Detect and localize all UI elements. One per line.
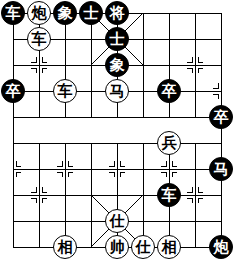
board-cell-5-5[interactable]	[130, 130, 156, 156]
board-cell-3-0[interactable]: 士	[78, 0, 104, 26]
board-cell-3-9[interactable]	[78, 234, 104, 260]
board-cell-1-7[interactable]	[26, 182, 52, 208]
board-cell-0-3[interactable]: 卒	[0, 78, 26, 104]
board-cell-2-7[interactable]	[52, 182, 78, 208]
board-cell-2-9[interactable]: 相	[52, 234, 78, 260]
red-elephant[interactable]: 相	[157, 235, 181, 259]
red-general[interactable]: 帅	[105, 235, 129, 259]
board-cell-6-6[interactable]	[156, 156, 182, 182]
black-advisor[interactable]: 士	[79, 1, 103, 25]
board-cell-1-4[interactable]	[26, 104, 52, 130]
board-cell-4-8[interactable]: 仕	[104, 208, 130, 234]
board-cell-0-5[interactable]	[0, 130, 26, 156]
board-cell-4-0[interactable]: 将	[104, 0, 130, 26]
board-cell-1-1[interactable]: 车	[26, 26, 52, 52]
board-cell-2-3[interactable]: 车	[52, 78, 78, 104]
red-cannon[interactable]: 炮	[27, 1, 51, 25]
black-cannon[interactable]: 炮	[209, 235, 233, 259]
board-cell-6-9[interactable]: 相	[156, 234, 182, 260]
board-cell-5-4[interactable]	[130, 104, 156, 130]
board-cell-4-2[interactable]: 象	[104, 52, 130, 78]
board-cell-3-3[interactable]	[78, 78, 104, 104]
board-cell-6-2[interactable]	[156, 52, 182, 78]
board-cell-2-5[interactable]	[52, 130, 78, 156]
board-cell-8-4[interactable]: 卒	[208, 104, 234, 130]
board-cell-1-3[interactable]	[26, 78, 52, 104]
board-cell-7-5[interactable]	[182, 130, 208, 156]
board-cell-4-6[interactable]	[104, 156, 130, 182]
board-cell-7-3[interactable]	[182, 78, 208, 104]
board-cell-0-9[interactable]	[0, 234, 26, 260]
black-chariot[interactable]: 车	[1, 1, 25, 25]
board-cell-2-8[interactable]	[52, 208, 78, 234]
black-advisor[interactable]: 士	[105, 27, 129, 51]
black-horse[interactable]: 马	[209, 157, 233, 181]
black-elephant[interactable]: 象	[53, 1, 77, 25]
board-cell-1-9[interactable]	[26, 234, 52, 260]
board-cell-2-4[interactable]	[52, 104, 78, 130]
board-cell-3-8[interactable]	[78, 208, 104, 234]
board-cell-6-3[interactable]: 卒	[156, 78, 182, 104]
board-grid: 车炮象士将车士象卒车马卒卒兵马车仕相帅仕相炮	[0, 0, 234, 260]
board-cell-8-8[interactable]	[208, 208, 234, 234]
board-cell-7-6[interactable]	[182, 156, 208, 182]
board-cell-8-7[interactable]	[208, 182, 234, 208]
board-cell-3-6[interactable]	[78, 156, 104, 182]
board-cell-6-5[interactable]: 兵	[156, 130, 182, 156]
board-cell-7-0[interactable]	[182, 0, 208, 26]
red-chariot[interactable]: 车	[27, 27, 51, 51]
board-cell-6-1[interactable]	[156, 26, 182, 52]
board-cell-4-1[interactable]: 士	[104, 26, 130, 52]
board-cell-5-1[interactable]	[130, 26, 156, 52]
board-cell-7-9[interactable]	[182, 234, 208, 260]
black-chariot[interactable]: 车	[157, 183, 181, 207]
black-soldier[interactable]: 卒	[157, 79, 181, 103]
board-cell-4-3[interactable]: 马	[104, 78, 130, 104]
board-cell-0-6[interactable]	[0, 156, 26, 182]
board-cell-1-6[interactable]	[26, 156, 52, 182]
board-cell-5-7[interactable]	[130, 182, 156, 208]
board-cell-8-6[interactable]: 马	[208, 156, 234, 182]
red-horse[interactable]: 马	[105, 79, 129, 103]
board-cell-4-4[interactable]	[104, 104, 130, 130]
board-cell-5-2[interactable]	[130, 52, 156, 78]
board-cell-1-5[interactable]	[26, 130, 52, 156]
board-cell-3-1[interactable]	[78, 26, 104, 52]
red-advisor[interactable]: 仕	[105, 209, 129, 233]
board-cell-8-0[interactable]	[208, 0, 234, 26]
board-cell-7-2[interactable]	[182, 52, 208, 78]
board-cell-8-5[interactable]	[208, 130, 234, 156]
black-general[interactable]: 将	[105, 1, 129, 25]
board-cell-5-3[interactable]	[130, 78, 156, 104]
board-cell-0-1[interactable]	[0, 26, 26, 52]
board-cell-3-4[interactable]	[78, 104, 104, 130]
black-soldier[interactable]: 卒	[209, 105, 233, 129]
board-cell-4-5[interactable]	[104, 130, 130, 156]
board-cell-6-4[interactable]	[156, 104, 182, 130]
board-cell-3-5[interactable]	[78, 130, 104, 156]
board-cell-0-8[interactable]	[0, 208, 26, 234]
board-cell-8-9[interactable]: 炮	[208, 234, 234, 260]
board-cell-5-9[interactable]: 仕	[130, 234, 156, 260]
board-cell-1-8[interactable]	[26, 208, 52, 234]
board-cell-0-2[interactable]	[0, 52, 26, 78]
red-chariot[interactable]: 车	[53, 79, 77, 103]
red-advisor[interactable]: 仕	[131, 235, 155, 259]
board-cell-6-8[interactable]	[156, 208, 182, 234]
black-elephant[interactable]: 象	[105, 53, 129, 77]
red-elephant[interactable]: 相	[53, 235, 77, 259]
board-cell-4-7[interactable]	[104, 182, 130, 208]
board-cell-1-2[interactable]	[26, 52, 52, 78]
board-cell-7-4[interactable]	[182, 104, 208, 130]
black-soldier[interactable]: 卒	[1, 79, 25, 103]
board-cell-2-0[interactable]: 象	[52, 0, 78, 26]
board-cell-7-8[interactable]	[182, 208, 208, 234]
board-cell-5-0[interactable]	[130, 0, 156, 26]
board-cell-6-0[interactable]	[156, 0, 182, 26]
board-cell-3-7[interactable]	[78, 182, 104, 208]
board-cell-2-2[interactable]	[52, 52, 78, 78]
board-cell-8-2[interactable]	[208, 52, 234, 78]
board-cell-0-4[interactable]	[0, 104, 26, 130]
board-cell-7-1[interactable]	[182, 26, 208, 52]
board-cell-0-0[interactable]: 车	[0, 0, 26, 26]
board-cell-5-6[interactable]	[130, 156, 156, 182]
board-cell-7-7[interactable]	[182, 182, 208, 208]
red-soldier[interactable]: 兵	[157, 131, 181, 155]
board-cell-6-7[interactable]: 车	[156, 182, 182, 208]
board-cell-1-0[interactable]: 炮	[26, 0, 52, 26]
board-cell-4-9[interactable]: 帅	[104, 234, 130, 260]
board-cell-8-1[interactable]	[208, 26, 234, 52]
board-cell-2-6[interactable]	[52, 156, 78, 182]
board-cell-3-2[interactable]	[78, 52, 104, 78]
xiangqi-board-diagram: 车炮象士将车士象卒车马卒卒兵马车仕相帅仕相炮	[0, 0, 234, 260]
board-cell-8-3[interactable]	[208, 78, 234, 104]
board-cell-2-1[interactable]	[52, 26, 78, 52]
board-cell-5-8[interactable]	[130, 208, 156, 234]
board-cell-0-7[interactable]	[0, 182, 26, 208]
